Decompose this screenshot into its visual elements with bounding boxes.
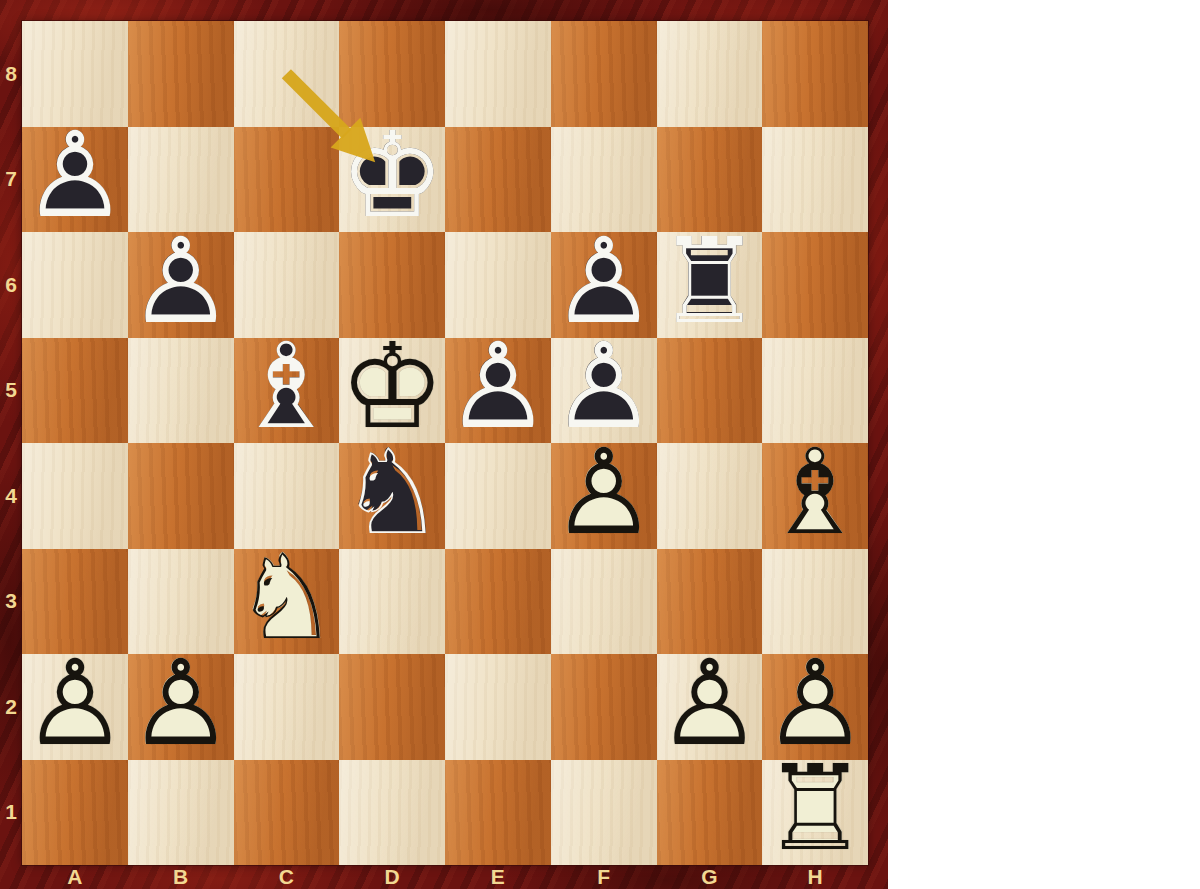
piece-white-pawn: ♟♙	[22, 654, 128, 760]
rank-label-2: 2	[0, 654, 22, 760]
square-d2	[339, 654, 445, 760]
piece-black-bishop: ♝♗	[234, 338, 340, 444]
board-squares: ♟♙♚♔♟♙♟♙♜♖♝♗♚♔♟♙♟♙♞♘♟♙♝♗♞♘♟♙♟♙♟♙♟♙♜♖	[22, 21, 868, 865]
file-label-f: F	[551, 865, 657, 889]
white-pawn-outline-icon: ♙	[551, 433, 657, 551]
piece-black-king: ♚♔	[339, 127, 445, 233]
square-a4	[22, 443, 128, 549]
black-pawn-outline-icon: ♙	[445, 328, 551, 446]
black-bishop-outline-icon: ♗	[233, 328, 339, 446]
square-h7	[762, 127, 868, 233]
white-knight-outline-icon: ♘	[233, 539, 339, 657]
square-a2: ♟♙	[22, 654, 128, 760]
square-d3	[339, 549, 445, 655]
file-label-g: G	[657, 865, 763, 889]
file-labels: ABCDEFGH	[22, 865, 868, 889]
square-g1	[657, 760, 763, 866]
square-f4: ♟♙	[551, 443, 657, 549]
white-rook-outline-icon: ♖	[762, 750, 868, 868]
square-a7: ♟♙	[22, 127, 128, 233]
square-g8	[657, 21, 763, 127]
piece-white-pawn: ♟♙	[551, 443, 657, 549]
piece-black-pawn: ♟♙	[22, 127, 128, 233]
rank-label-4: 4	[0, 443, 22, 549]
square-e4	[445, 443, 551, 549]
square-h4: ♝♗	[762, 443, 868, 549]
rank-label-1: 1	[0, 760, 22, 866]
square-c2	[234, 654, 340, 760]
square-f8	[551, 21, 657, 127]
square-e1	[445, 760, 551, 866]
square-f1	[551, 760, 657, 866]
square-b6: ♟♙	[128, 232, 234, 338]
square-a6	[22, 232, 128, 338]
square-b1	[128, 760, 234, 866]
square-c1	[234, 760, 340, 866]
square-h1: ♜♖	[762, 760, 868, 866]
square-c5: ♝♗	[234, 338, 340, 444]
square-h6	[762, 232, 868, 338]
square-c7	[234, 127, 340, 233]
square-f3	[551, 549, 657, 655]
square-e2	[445, 654, 551, 760]
square-f2	[551, 654, 657, 760]
square-b5	[128, 338, 234, 444]
piece-black-pawn: ♟♙	[445, 338, 551, 444]
black-king-outline-icon: ♔	[339, 117, 445, 235]
black-pawn-outline-icon: ♙	[22, 117, 128, 235]
piece-white-pawn: ♟♙	[657, 654, 763, 760]
black-rook-outline-icon: ♖	[656, 222, 762, 340]
square-d7: ♚♔	[339, 127, 445, 233]
square-a5	[22, 338, 128, 444]
piece-black-knight: ♞♘	[339, 443, 445, 549]
square-c8	[234, 21, 340, 127]
black-knight-outline-icon: ♘	[339, 433, 445, 551]
piece-black-rook: ♜♖	[657, 232, 763, 338]
board-frame: ♟♙♚♔♟♙♟♙♜♖♝♗♚♔♟♙♟♙♞♘♟♙♝♗♞♘♟♙♟♙♟♙♟♙♜♖ 876…	[0, 0, 888, 889]
file-label-a: A	[22, 865, 128, 889]
square-b4	[128, 443, 234, 549]
page-margin	[888, 0, 1200, 889]
piece-white-bishop: ♝♗	[762, 443, 868, 549]
file-label-e: E	[445, 865, 551, 889]
square-e3	[445, 549, 551, 655]
file-label-h: H	[762, 865, 868, 889]
white-pawn-outline-icon: ♙	[22, 644, 128, 762]
square-b8	[128, 21, 234, 127]
piece-white-knight: ♞♘	[234, 549, 340, 655]
square-g4	[657, 443, 763, 549]
square-c3: ♞♘	[234, 549, 340, 655]
square-d4: ♞♘	[339, 443, 445, 549]
rank-label-6: 6	[0, 232, 22, 338]
rank-label-3: 3	[0, 549, 22, 655]
white-pawn-outline-icon: ♙	[656, 644, 762, 762]
square-d1	[339, 760, 445, 866]
square-g2: ♟♙	[657, 654, 763, 760]
rank-label-5: 5	[0, 338, 22, 444]
square-g6: ♜♖	[657, 232, 763, 338]
square-e5: ♟♙	[445, 338, 551, 444]
piece-white-pawn: ♟♙	[128, 654, 234, 760]
white-pawn-outline-icon: ♙	[128, 644, 234, 762]
square-b2: ♟♙	[128, 654, 234, 760]
rank-label-8: 8	[0, 21, 22, 127]
file-label-c: C	[234, 865, 340, 889]
square-a1	[22, 760, 128, 866]
square-e8	[445, 21, 551, 127]
square-h8	[762, 21, 868, 127]
piece-white-rook: ♜♖	[762, 760, 868, 866]
piece-black-pawn: ♟♙	[128, 232, 234, 338]
file-label-b: B	[128, 865, 234, 889]
file-label-d: D	[339, 865, 445, 889]
square-g5	[657, 338, 763, 444]
page: ♟♙♚♔♟♙♟♙♜♖♝♗♚♔♟♙♟♙♞♘♟♙♝♗♞♘♟♙♟♙♟♙♟♙♜♖ 876…	[0, 0, 1200, 889]
black-pawn-outline-icon: ♙	[128, 222, 234, 340]
rank-label-7: 7	[0, 127, 22, 233]
white-bishop-outline-icon: ♗	[762, 433, 868, 551]
rank-labels: 87654321	[0, 21, 22, 865]
square-e7	[445, 127, 551, 233]
